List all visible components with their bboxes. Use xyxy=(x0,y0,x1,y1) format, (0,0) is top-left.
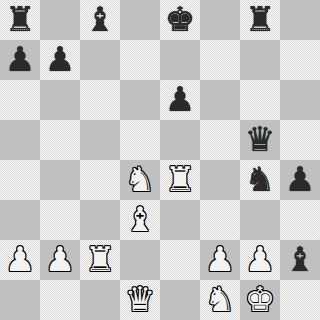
square-f8[interactable] xyxy=(200,0,240,40)
square-b8[interactable] xyxy=(40,0,80,40)
square-b2[interactable]: ♟ xyxy=(40,240,80,280)
white-rook[interactable]: ♜ xyxy=(85,240,115,279)
white-rook[interactable]: ♜ xyxy=(165,160,195,199)
black-pawn[interactable]: ♟ xyxy=(285,160,315,199)
square-f5[interactable] xyxy=(200,120,240,160)
square-b5[interactable] xyxy=(40,120,80,160)
black-bishop[interactable]: ♝ xyxy=(85,0,115,39)
square-d3[interactable]: ♝ xyxy=(120,200,160,240)
square-e1[interactable] xyxy=(160,280,200,320)
square-c1[interactable] xyxy=(80,280,120,320)
white-king[interactable]: ♚ xyxy=(245,280,275,319)
white-pawn[interactable]: ♟ xyxy=(5,240,35,279)
square-d2[interactable] xyxy=(120,240,160,280)
black-pawn[interactable]: ♟ xyxy=(5,40,35,79)
square-f3[interactable] xyxy=(200,200,240,240)
square-e6[interactable]: ♟ xyxy=(160,80,200,120)
square-g2[interactable]: ♟ xyxy=(240,240,280,280)
black-king[interactable]: ♚ xyxy=(165,0,195,39)
square-h8[interactable] xyxy=(280,0,320,40)
square-a2[interactable]: ♟ xyxy=(0,240,40,280)
square-f4[interactable] xyxy=(200,160,240,200)
square-b4[interactable] xyxy=(40,160,80,200)
square-e5[interactable] xyxy=(160,120,200,160)
square-h7[interactable] xyxy=(280,40,320,80)
square-e7[interactable] xyxy=(160,40,200,80)
square-h2[interactable]: ♝ xyxy=(280,240,320,280)
black-queen[interactable]: ♛ xyxy=(245,120,275,159)
white-knight[interactable]: ♞ xyxy=(125,160,155,199)
black-bishop[interactable]: ♝ xyxy=(285,240,315,279)
square-a4[interactable] xyxy=(0,160,40,200)
square-c2[interactable]: ♜ xyxy=(80,240,120,280)
square-g8[interactable]: ♜ xyxy=(240,0,280,40)
square-a7[interactable]: ♟ xyxy=(0,40,40,80)
square-a1[interactable] xyxy=(0,280,40,320)
square-d6[interactable] xyxy=(120,80,160,120)
white-bishop[interactable]: ♝ xyxy=(125,200,155,239)
square-g1[interactable]: ♚ xyxy=(240,280,280,320)
square-f1[interactable]: ♞ xyxy=(200,280,240,320)
black-rook[interactable]: ♜ xyxy=(245,0,275,39)
square-d1[interactable]: ♛ xyxy=(120,280,160,320)
square-e8[interactable]: ♚ xyxy=(160,0,200,40)
black-rook[interactable]: ♜ xyxy=(5,0,35,39)
square-e2[interactable] xyxy=(160,240,200,280)
square-b1[interactable] xyxy=(40,280,80,320)
square-a3[interactable] xyxy=(0,200,40,240)
black-pawn[interactable]: ♟ xyxy=(165,80,195,119)
square-g5[interactable]: ♛ xyxy=(240,120,280,160)
square-g4[interactable]: ♞ xyxy=(240,160,280,200)
square-h1[interactable] xyxy=(280,280,320,320)
square-b7[interactable]: ♟ xyxy=(40,40,80,80)
square-c3[interactable] xyxy=(80,200,120,240)
square-c8[interactable]: ♝ xyxy=(80,0,120,40)
square-b3[interactable] xyxy=(40,200,80,240)
black-pawn[interactable]: ♟ xyxy=(45,40,75,79)
square-g3[interactable] xyxy=(240,200,280,240)
square-h6[interactable] xyxy=(280,80,320,120)
square-h5[interactable] xyxy=(280,120,320,160)
square-d4[interactable]: ♞ xyxy=(120,160,160,200)
white-queen[interactable]: ♛ xyxy=(125,280,155,319)
square-h4[interactable]: ♟ xyxy=(280,160,320,200)
black-knight[interactable]: ♞ xyxy=(245,160,275,199)
square-c6[interactable] xyxy=(80,80,120,120)
square-b6[interactable] xyxy=(40,80,80,120)
chess-board: ♜♝♚♜♟♟♟♛♞♜♞♟♝♟♟♜♟♟♝♛♞♚ xyxy=(0,0,320,320)
square-g7[interactable] xyxy=(240,40,280,80)
square-f2[interactable]: ♟ xyxy=(200,240,240,280)
square-f7[interactable] xyxy=(200,40,240,80)
white-knight[interactable]: ♞ xyxy=(205,280,235,319)
square-c7[interactable] xyxy=(80,40,120,80)
white-pawn[interactable]: ♟ xyxy=(205,240,235,279)
square-g6[interactable] xyxy=(240,80,280,120)
white-pawn[interactable]: ♟ xyxy=(245,240,275,279)
square-c4[interactable] xyxy=(80,160,120,200)
square-e4[interactable]: ♜ xyxy=(160,160,200,200)
square-d7[interactable] xyxy=(120,40,160,80)
square-c5[interactable] xyxy=(80,120,120,160)
square-d5[interactable] xyxy=(120,120,160,160)
square-h3[interactable] xyxy=(280,200,320,240)
square-a5[interactable] xyxy=(0,120,40,160)
square-a6[interactable] xyxy=(0,80,40,120)
square-e3[interactable] xyxy=(160,200,200,240)
white-pawn[interactable]: ♟ xyxy=(45,240,75,279)
square-f6[interactable] xyxy=(200,80,240,120)
square-d8[interactable] xyxy=(120,0,160,40)
square-a8[interactable]: ♜ xyxy=(0,0,40,40)
